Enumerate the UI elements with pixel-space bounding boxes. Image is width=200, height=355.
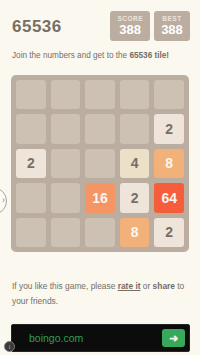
tile-16: 16	[85, 183, 115, 212]
board[interactable]: 22481626482	[11, 75, 189, 252]
tile-2: 2	[154, 218, 184, 247]
cell-empty	[16, 80, 46, 109]
chevron-right-icon: ›	[2, 196, 5, 205]
tile-8: 8	[120, 218, 150, 247]
best-value: 388	[161, 23, 183, 38]
tile-4: 4	[120, 149, 150, 178]
tile-2: 2	[154, 114, 184, 143]
cell-empty	[16, 183, 46, 212]
game-title: 65536	[12, 17, 62, 37]
arrow-right-icon: ➜	[169, 332, 178, 345]
ad-banner[interactable]: boingo.com ➜ i	[11, 324, 190, 352]
share-link[interactable]: share	[153, 281, 175, 291]
cell-empty	[85, 114, 115, 143]
cell-empty	[16, 114, 46, 143]
cell-empty	[85, 149, 115, 178]
cell-empty	[154, 80, 184, 109]
header: 65536 SCORE 388 BEST 388	[0, 0, 200, 41]
tile-2: 2	[120, 183, 150, 212]
cell-empty	[16, 218, 46, 247]
tile-8: 8	[154, 149, 184, 178]
tile-2: 2	[16, 149, 46, 178]
ad-arrow-button[interactable]: ➜	[162, 329, 185, 347]
cell-empty	[85, 80, 115, 109]
cell-empty	[51, 149, 81, 178]
cell-empty	[51, 218, 81, 247]
score-panel: SCORE 388 BEST 388	[110, 11, 190, 41]
cell-empty	[120, 80, 150, 109]
cell-empty	[120, 114, 150, 143]
ad-info-icon[interactable]: i	[4, 341, 15, 352]
score-box: SCORE 388	[110, 11, 150, 41]
rate-it-link[interactable]: rate it	[118, 281, 141, 291]
cell-empty	[85, 218, 115, 247]
ad-domain-text[interactable]: boingo.com	[29, 332, 83, 344]
best-box: BEST 388	[154, 11, 190, 41]
score-value: 388	[117, 23, 143, 38]
cell-empty	[51, 183, 81, 212]
tile-64: 64	[154, 183, 184, 212]
instruction-goal: 65536 tile!	[129, 51, 169, 60]
instruction-text: Join the numbers and get to the 65536 ti…	[12, 51, 200, 60]
cell-empty	[51, 114, 81, 143]
cell-empty	[51, 80, 81, 109]
promo-text: If you like this game, please rate it or…	[12, 279, 190, 308]
pullout-handle[interactable]: ›	[0, 187, 7, 215]
